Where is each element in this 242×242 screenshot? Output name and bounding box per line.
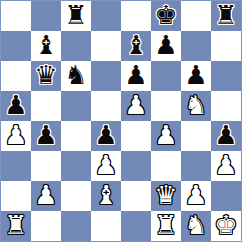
square-g8[interactable] bbox=[181, 1, 211, 31]
square-g4[interactable] bbox=[181, 121, 211, 151]
white-pawn[interactable]: ♟ bbox=[184, 181, 207, 210]
square-f6[interactable] bbox=[151, 61, 181, 91]
black-pawn[interactable]: ♟ bbox=[34, 121, 57, 150]
white-pawn[interactable]: ♟ bbox=[214, 151, 237, 180]
square-c1[interactable] bbox=[61, 211, 91, 241]
square-g3[interactable] bbox=[181, 151, 211, 181]
square-b8[interactable] bbox=[31, 1, 61, 31]
white-pawn[interactable]: ♟ bbox=[154, 121, 177, 150]
square-a5[interactable]: ♟ bbox=[1, 91, 31, 121]
square-f2[interactable]: ♛ bbox=[151, 181, 181, 211]
square-a7[interactable] bbox=[1, 31, 31, 61]
black-pawn[interactable]: ♟ bbox=[184, 61, 207, 90]
chess-board: ♜♚♜♝♝♟♛♞♟♟♟♟♞♟♟♟♟♟♟♟♟♝♛♟♜♜♞♚ bbox=[0, 0, 242, 242]
square-f5[interactable] bbox=[151, 91, 181, 121]
square-c6[interactable]: ♞ bbox=[61, 61, 91, 91]
square-g6[interactable]: ♟ bbox=[181, 61, 211, 91]
white-knight[interactable]: ♞ bbox=[184, 211, 207, 240]
square-g7[interactable] bbox=[181, 31, 211, 61]
white-pawn[interactable]: ♟ bbox=[34, 181, 57, 210]
square-e6[interactable]: ♟ bbox=[121, 61, 151, 91]
square-a3[interactable] bbox=[1, 151, 31, 181]
square-h4[interactable]: ♟ bbox=[211, 121, 241, 151]
square-a2[interactable] bbox=[1, 181, 31, 211]
square-b6[interactable]: ♛ bbox=[31, 61, 61, 91]
white-queen[interactable]: ♛ bbox=[154, 181, 177, 210]
square-e1[interactable] bbox=[121, 211, 151, 241]
square-e7[interactable]: ♝ bbox=[121, 31, 151, 61]
black-pawn[interactable]: ♟ bbox=[124, 61, 147, 90]
square-e4[interactable] bbox=[121, 121, 151, 151]
square-b7[interactable]: ♝ bbox=[31, 31, 61, 61]
square-b3[interactable] bbox=[31, 151, 61, 181]
black-pawn[interactable]: ♟ bbox=[214, 121, 237, 150]
square-f7[interactable]: ♟ bbox=[151, 31, 181, 61]
square-a8[interactable] bbox=[1, 1, 31, 31]
square-b5[interactable] bbox=[31, 91, 61, 121]
square-d4[interactable]: ♟ bbox=[91, 121, 121, 151]
square-b4[interactable]: ♟ bbox=[31, 121, 61, 151]
square-f8[interactable]: ♚ bbox=[151, 1, 181, 31]
black-pawn[interactable]: ♟ bbox=[94, 121, 117, 150]
square-d1[interactable] bbox=[91, 211, 121, 241]
square-c2[interactable] bbox=[61, 181, 91, 211]
square-e2[interactable] bbox=[121, 181, 151, 211]
black-bishop[interactable]: ♝ bbox=[124, 31, 147, 60]
square-d7[interactable] bbox=[91, 31, 121, 61]
square-d6[interactable] bbox=[91, 61, 121, 91]
square-c5[interactable] bbox=[61, 91, 91, 121]
white-rook[interactable]: ♜ bbox=[154, 211, 177, 240]
white-pawn[interactable]: ♟ bbox=[4, 121, 27, 150]
square-h8[interactable]: ♜ bbox=[211, 1, 241, 31]
square-c8[interactable]: ♜ bbox=[61, 1, 91, 31]
square-d2[interactable]: ♝ bbox=[91, 181, 121, 211]
white-king[interactable]: ♚ bbox=[214, 211, 237, 240]
square-h1[interactable]: ♚ bbox=[211, 211, 241, 241]
square-b1[interactable] bbox=[31, 211, 61, 241]
white-knight[interactable]: ♞ bbox=[184, 91, 207, 120]
square-f4[interactable]: ♟ bbox=[151, 121, 181, 151]
square-e8[interactable] bbox=[121, 1, 151, 31]
square-d8[interactable] bbox=[91, 1, 121, 31]
black-pawn[interactable]: ♟ bbox=[154, 31, 177, 60]
black-knight[interactable]: ♞ bbox=[64, 61, 87, 90]
square-c4[interactable] bbox=[61, 121, 91, 151]
square-c3[interactable] bbox=[61, 151, 91, 181]
black-king[interactable]: ♚ bbox=[154, 1, 177, 30]
white-pawn[interactable]: ♟ bbox=[94, 151, 117, 180]
white-rook[interactable]: ♜ bbox=[4, 211, 27, 240]
square-e5[interactable]: ♟ bbox=[121, 91, 151, 121]
square-h7[interactable] bbox=[211, 31, 241, 61]
square-d3[interactable]: ♟ bbox=[91, 151, 121, 181]
square-a1[interactable]: ♜ bbox=[1, 211, 31, 241]
square-a4[interactable]: ♟ bbox=[1, 121, 31, 151]
square-h6[interactable] bbox=[211, 61, 241, 91]
black-rook[interactable]: ♜ bbox=[64, 1, 87, 30]
black-bishop[interactable]: ♝ bbox=[34, 31, 57, 60]
square-h2[interactable] bbox=[211, 181, 241, 211]
square-g5[interactable]: ♞ bbox=[181, 91, 211, 121]
white-pawn[interactable]: ♟ bbox=[124, 91, 147, 120]
black-rook[interactable]: ♜ bbox=[214, 1, 237, 30]
square-h5[interactable] bbox=[211, 91, 241, 121]
square-a6[interactable] bbox=[1, 61, 31, 91]
square-g2[interactable]: ♟ bbox=[181, 181, 211, 211]
chess-board-grid: ♜♚♜♝♝♟♛♞♟♟♟♟♞♟♟♟♟♟♟♟♟♝♛♟♜♜♞♚ bbox=[1, 1, 241, 241]
square-f1[interactable]: ♜ bbox=[151, 211, 181, 241]
square-b2[interactable]: ♟ bbox=[31, 181, 61, 211]
square-h3[interactable]: ♟ bbox=[211, 151, 241, 181]
square-d5[interactable] bbox=[91, 91, 121, 121]
square-g1[interactable]: ♞ bbox=[181, 211, 211, 241]
square-f3[interactable] bbox=[151, 151, 181, 181]
white-bishop[interactable]: ♝ bbox=[94, 181, 117, 210]
square-c7[interactable] bbox=[61, 31, 91, 61]
black-pawn[interactable]: ♟ bbox=[4, 91, 27, 120]
square-e3[interactable] bbox=[121, 151, 151, 181]
black-queen[interactable]: ♛ bbox=[34, 61, 57, 90]
